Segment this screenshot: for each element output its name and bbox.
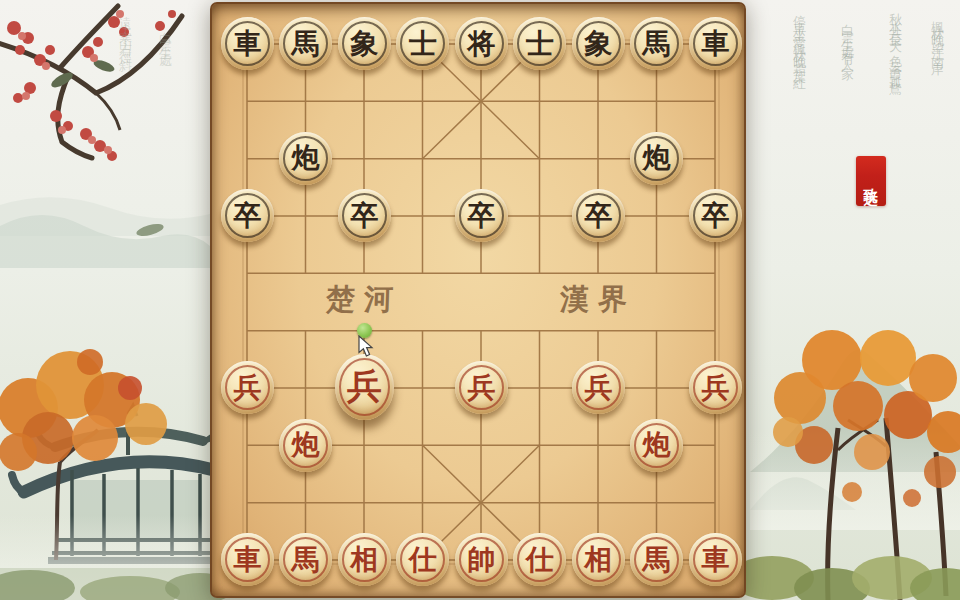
piece-red-cannon[interactable]: 炮 [630,419,683,472]
intersection-r4-c5[interactable] [511,244,570,301]
intersection-r6-c1[interactable] [277,359,336,416]
intersection-r8-c0[interactable] [218,474,277,531]
intersection-r8-c7[interactable] [628,474,687,531]
piece-red-chariot[interactable]: 車 [221,533,274,586]
calligraphy-column: 白雲生處 [156,22,174,50]
intersection-r5-c8[interactable] [686,302,745,359]
piece-black-soldier[interactable]: 卒 [338,189,391,242]
intersection-r3-c3[interactable] [394,187,453,244]
intersection-r4-c6[interactable] [569,244,628,301]
intersection-r9-c4[interactable]: 帥 [452,531,511,588]
intersection-r9-c6[interactable]: 相 [569,531,628,588]
mouse-cursor [358,335,375,358]
piece-black-soldier[interactable]: 卒 [455,189,508,242]
intersection-r9-c1[interactable]: 馬 [277,531,336,588]
artist-seal: 致远 [856,156,886,206]
intersection-r7-c2[interactable] [335,416,394,473]
intersection-r1-c1[interactable] [277,72,336,129]
intersection-r3-c0[interactable]: 卒 [218,187,277,244]
intersection-r1-c0[interactable] [218,72,277,129]
piece-black-advisor[interactable]: 士 [513,17,566,70]
intersection-r9-c7[interactable]: 馬 [628,531,687,588]
intersection-r0-c4[interactable]: 将 [452,15,511,72]
intersection-r2-c3[interactable] [394,130,453,187]
intersection-r5-c1[interactable] [277,302,336,359]
intersection-r7-c3[interactable] [394,416,453,473]
intersection-r0-c8[interactable]: 車 [686,15,745,72]
intersection-r9-c2[interactable]: 相 [335,531,394,588]
calligraphy-column: 白雲生處有人家 [838,14,856,63]
intersection-r1-c8[interactable] [686,72,745,129]
intersection-r6-c2[interactable]: 兵 [335,359,394,416]
piece-black-soldier[interactable]: 卒 [689,189,742,242]
piece-red-soldier[interactable]: 兵 [455,361,508,414]
intersection-r7-c6[interactable] [569,416,628,473]
intersection-r2-c6[interactable] [569,130,628,187]
intersection-r0-c1[interactable]: 馬 [277,15,336,72]
piece-black-cannon[interactable]: 炮 [279,132,332,185]
intersection-r2-c1[interactable]: 炮 [277,130,336,187]
intersection-r1-c6[interactable] [569,72,628,129]
intersection-r3-c6[interactable]: 卒 [569,187,628,244]
intersection-r5-c0[interactable] [218,302,277,359]
intersection-r8-c5[interactable] [511,474,570,531]
intersection-r4-c0[interactable] [218,244,277,301]
intersection-r6-c6[interactable]: 兵 [569,359,628,416]
intersection-r2-c7[interactable]: 炮 [628,130,687,187]
piece-black-chariot[interactable]: 車 [689,17,742,70]
piece-black-chariot[interactable]: 車 [221,17,274,70]
piece-red-soldier[interactable]: 兵 [572,361,625,414]
intersection-r7-c5[interactable] [511,416,570,473]
calligraphy-column: 遠上寒山石徑斜 [116,6,134,55]
intersection-r2-c5[interactable] [511,130,570,187]
piece-red-chariot[interactable]: 車 [689,533,742,586]
intersection-r2-c0[interactable] [218,130,277,187]
intersection-r8-c3[interactable] [394,474,453,531]
game-screen: 遠上寒山石徑斜 白雲生處 停車坐愛楓林晚霜葉紅 白雲生處有人家 秋水共長天一色落… [0,0,960,600]
intersection-r6-c7[interactable] [628,359,687,416]
piece-red-elephant[interactable]: 相 [338,533,391,586]
intersection-r5-c6[interactable] [569,302,628,359]
intersection-r2-c8[interactable] [686,130,745,187]
intersection-r8-c6[interactable] [569,474,628,531]
piece-red-elephant[interactable]: 相 [572,533,625,586]
intersection-r4-c3[interactable] [394,244,453,301]
board-grid: 車馬象士将士象馬車炮炮卒卒卒卒卒兵兵兵兵兵炮炮車馬相仕帥仕相馬車 [218,15,745,588]
piece-red-cannon[interactable]: 炮 [279,419,332,472]
intersection-r9-c5[interactable]: 仕 [511,531,570,588]
piece-red-soldier[interactable]: 兵 [335,354,394,420]
intersection-r3-c2[interactable]: 卒 [335,187,394,244]
piece-black-elephant[interactable]: 象 [338,17,391,70]
intersection-r6-c3[interactable] [394,359,453,416]
piece-black-horse[interactable]: 馬 [279,17,332,70]
intersection-r4-c7[interactable] [628,244,687,301]
intersection-r6-c4[interactable]: 兵 [452,359,511,416]
piece-black-general[interactable]: 将 [455,17,508,70]
intersection-r4-c4[interactable] [452,244,511,301]
intersection-r8-c1[interactable] [277,474,336,531]
intersection-r3-c8[interactable]: 卒 [686,187,745,244]
intersection-r3-c5[interactable] [511,187,570,244]
intersection-r1-c5[interactable] [511,72,570,129]
intersection-r8-c4[interactable] [452,474,511,531]
intersection-r3-c1[interactable] [277,187,336,244]
intersection-r2-c2[interactable] [335,130,394,187]
intersection-r4-c8[interactable] [686,244,745,301]
piece-red-soldier[interactable]: 兵 [689,361,742,414]
intersection-r2-c4[interactable] [452,130,511,187]
intersection-r9-c0[interactable]: 車 [218,531,277,588]
intersection-r0-c0[interactable]: 車 [218,15,277,72]
intersection-r5-c4[interactable] [452,302,511,359]
piece-red-horse[interactable]: 馬 [279,533,332,586]
intersection-r5-c3[interactable] [394,302,453,359]
intersection-r0-c7[interactable]: 馬 [628,15,687,72]
piece-red-advisor[interactable]: 仕 [513,533,566,586]
piece-red-soldier[interactable]: 兵 [221,361,274,414]
intersection-r5-c7[interactable] [628,302,687,359]
calligraphy-column: 秋水共長天一色落霞孤鶩 [886,2,904,79]
intersection-r1-c3[interactable] [394,72,453,129]
piece-black-soldier[interactable]: 卒 [572,189,625,242]
piece-red-general[interactable]: 帥 [455,533,508,586]
intersection-r1-c7[interactable] [628,72,687,129]
intersection-r0-c3[interactable]: 士 [394,15,453,72]
intersection-r0-c2[interactable]: 象 [335,15,394,72]
calligraphy-column: 停車坐愛楓林晚霜葉紅 [790,4,808,74]
piece-black-elephant[interactable]: 象 [572,17,625,70]
intersection-r7-c8[interactable] [686,416,745,473]
intersection-r5-c5[interactable] [511,302,570,359]
intersection-r7-c4[interactable] [452,416,511,473]
piece-black-advisor[interactable]: 士 [396,17,449,70]
intersection-r0-c5[interactable]: 士 [511,15,570,72]
intersection-r3-c4[interactable]: 卒 [452,187,511,244]
intersection-r1-c4[interactable] [452,72,511,129]
intersection-r7-c1[interactable]: 炮 [277,416,336,473]
xiangqi-board[interactable]: 楚河 漢界 車馬象士将士象馬車炮炮卒卒卒卒卒兵兵兵兵兵炮炮車馬相仕帥仕相馬車 [210,2,746,598]
intersection-r7-c0[interactable] [218,416,277,473]
intersection-r1-c2[interactable] [335,72,394,129]
intersection-r7-c7[interactable]: 炮 [628,416,687,473]
piece-black-soldier[interactable]: 卒 [221,189,274,242]
intersection-r6-c5[interactable] [511,359,570,416]
intersection-r6-c8[interactable]: 兵 [686,359,745,416]
intersection-r0-c6[interactable]: 象 [569,15,628,72]
piece-black-horse[interactable]: 馬 [630,17,683,70]
piece-red-advisor[interactable]: 仕 [396,533,449,586]
intersection-r8-c8[interactable] [686,474,745,531]
intersection-r4-c2[interactable] [335,244,394,301]
intersection-r6-c0[interactable]: 兵 [218,359,277,416]
piece-red-horse[interactable]: 馬 [630,533,683,586]
intersection-r8-c2[interactable] [335,474,394,531]
piece-black-cannon[interactable]: 炮 [630,132,683,185]
intersection-r4-c1[interactable] [277,244,336,301]
calligraphy-column: 楓林晚望江南岸 [928,10,946,59]
intersection-r9-c8[interactable]: 車 [686,531,745,588]
intersection-r9-c3[interactable]: 仕 [394,531,453,588]
intersection-r3-c7[interactable] [628,187,687,244]
